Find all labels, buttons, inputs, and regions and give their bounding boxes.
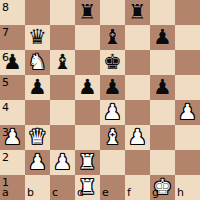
square-b8[interactable] <box>25 0 50 25</box>
rank-label-8: 8 <box>2 2 9 14</box>
piece-black-rook-f8[interactable]: ♜ <box>125 0 150 25</box>
square-b4[interactable] <box>25 100 50 125</box>
square-e2[interactable] <box>100 150 125 175</box>
chess-app: ♜♜♛♝♟♟♞♝♚♟♟♟♟♟♟♟♛♝♟♟♟♜♜♚87654321abcdefgh <box>0 0 200 200</box>
rank-label-3: 3 <box>2 127 9 139</box>
file-label-h: h <box>177 187 184 199</box>
square-f5[interactable] <box>125 75 150 100</box>
square-f4[interactable] <box>125 100 150 125</box>
rank-label-5: 5 <box>2 77 9 89</box>
square-d3[interactable] <box>75 125 100 150</box>
square-f7[interactable] <box>125 25 150 50</box>
chess-board: ♜♜♛♝♟♟♞♝♚♟♟♟♟♟♟♟♛♝♟♟♟♜♜♚87654321abcdefgh <box>0 0 200 200</box>
piece-black-pawn-d5[interactable]: ♟ <box>75 75 100 100</box>
square-d6[interactable] <box>75 50 100 75</box>
square-h8[interactable] <box>175 0 200 25</box>
square-g3[interactable] <box>150 125 175 150</box>
piece-black-rook-d8[interactable]: ♜ <box>75 0 100 25</box>
square-c8[interactable] <box>50 0 75 25</box>
piece-white-pawn-f3[interactable]: ♟ <box>125 125 150 150</box>
piece-white-pawn-e4[interactable]: ♟ <box>100 100 125 125</box>
square-g4[interactable] <box>150 100 175 125</box>
piece-white-pawn-h4[interactable]: ♟ <box>175 100 200 125</box>
square-h6[interactable] <box>175 50 200 75</box>
square-d7[interactable] <box>75 25 100 50</box>
square-c7[interactable] <box>50 25 75 50</box>
piece-black-pawn-e5[interactable]: ♟ <box>100 75 125 100</box>
square-e8[interactable] <box>100 0 125 25</box>
piece-black-king-e6[interactable]: ♚ <box>100 50 125 75</box>
square-c5[interactable] <box>50 75 75 100</box>
rank-label-6: 6 <box>2 52 9 64</box>
piece-black-pawn-b5[interactable]: ♟ <box>25 75 50 100</box>
square-d4[interactable] <box>75 100 100 125</box>
square-c4[interactable] <box>50 100 75 125</box>
rank-label-7: 7 <box>2 27 9 39</box>
square-c3[interactable] <box>50 125 75 150</box>
piece-white-queen-b3[interactable]: ♛ <box>25 125 50 150</box>
file-label-e: e <box>102 187 109 199</box>
file-label-a: a <box>2 187 9 199</box>
rank-label-4: 4 <box>2 102 9 114</box>
square-f6[interactable] <box>125 50 150 75</box>
piece-black-pawn-g7[interactable]: ♟ <box>150 25 175 50</box>
piece-black-bishop-c6[interactable]: ♝ <box>50 50 75 75</box>
file-label-d: d <box>77 187 84 199</box>
piece-black-bishop-e7[interactable]: ♝ <box>100 25 125 50</box>
file-label-c: c <box>52 187 58 199</box>
square-g8[interactable] <box>150 0 175 25</box>
piece-white-knight-b6[interactable]: ♞ <box>25 50 50 75</box>
piece-black-pawn-g5[interactable]: ♟ <box>150 75 175 100</box>
square-f2[interactable] <box>125 150 150 175</box>
file-label-b: b <box>27 187 34 199</box>
piece-black-queen-b7[interactable]: ♛ <box>25 25 50 50</box>
square-h3[interactable] <box>175 125 200 150</box>
piece-white-rook-d2[interactable]: ♜ <box>75 150 100 175</box>
square-g2[interactable] <box>150 150 175 175</box>
file-label-f: f <box>127 187 131 199</box>
file-label-g: g <box>152 187 159 199</box>
square-g6[interactable] <box>150 50 175 75</box>
rank-label-2: 2 <box>2 152 9 164</box>
piece-white-pawn-c2[interactable]: ♟ <box>50 150 75 175</box>
piece-white-bishop-e3[interactable]: ♝ <box>100 125 125 150</box>
piece-white-pawn-b2[interactable]: ♟ <box>25 150 50 175</box>
square-h2[interactable] <box>175 150 200 175</box>
square-h5[interactable] <box>175 75 200 100</box>
square-h7[interactable] <box>175 25 200 50</box>
